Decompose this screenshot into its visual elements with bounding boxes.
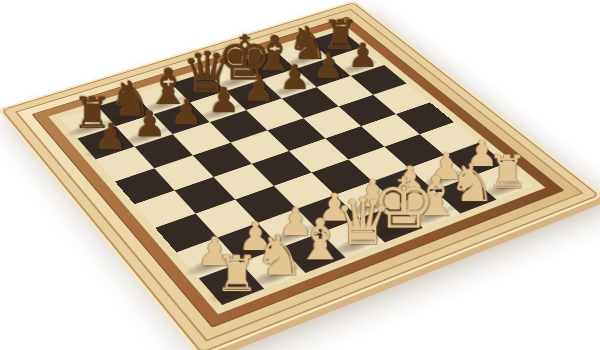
board-frame: ♜♞♝♛♚♝♞♜♟♟♟♟♟♟♟♟♟♟♟♟♟♟♟♟♜♞♝♛♚♝♞♜	[0, 0, 600, 350]
piece-shadow	[327, 232, 383, 260]
square-h1: ♜	[470, 164, 532, 200]
square-c4	[214, 164, 274, 200]
board-border-strip: ♜♞♝♛♚♝♞♜♟♟♟♟♟♟♟♟♟♟♟♟♟♟♟♟♜♞♝♛♚♝♞♜	[32, 17, 565, 328]
board-field: ♜♞♝♛♚♝♞♜♟♟♟♟♟♟♟♟♟♟♟♟♟♟♟♟♜♞♝♛♚♝♞♜	[48, 25, 545, 315]
square-g4	[361, 114, 420, 147]
chessboard: ♜♞♝♛♚♝♞♜♟♟♟♟♟♟♟♟♟♟♟♟♟♟♟♟♜♞♝♛♚♝♞♜	[0, 0, 600, 350]
square-f3	[348, 147, 408, 182]
piece-shadow	[478, 176, 530, 201]
piece-shadow	[404, 203, 458, 229]
piece-shadow	[442, 189, 495, 215]
square-f2: ♟	[372, 168, 434, 204]
board-grid: ♜♞♝♛♚♝♞♜♟♟♟♟♟♟♟♟♟♟♟♟♟♟♟♟♜♞♝♛♚♝♞♜	[60, 30, 532, 305]
product-photo: ♜♞♝♛♚♝♞♜♟♟♟♟♟♟♟♟♟♟♟♟♟♟♟♟♜♞♝♛♚♝♞♜	[0, 0, 600, 350]
piece-shadow	[119, 125, 171, 148]
